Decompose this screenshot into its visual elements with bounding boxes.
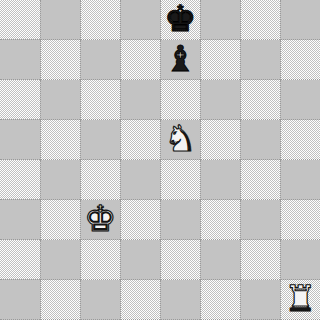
square-e7[interactable]: ♝ xyxy=(160,40,200,80)
piece-white-king[interactable]: ♚ xyxy=(84,199,116,239)
square-b5[interactable] xyxy=(40,120,80,160)
square-d3[interactable] xyxy=(120,200,160,240)
square-c7[interactable] xyxy=(80,40,120,80)
square-h4[interactable] xyxy=(280,160,320,200)
square-b4[interactable] xyxy=(40,160,80,200)
square-e1[interactable] xyxy=(160,280,200,320)
square-h7[interactable] xyxy=(280,40,320,80)
square-d5[interactable] xyxy=(120,120,160,160)
square-g8[interactable] xyxy=(240,0,280,40)
square-h6[interactable] xyxy=(280,80,320,120)
square-a4[interactable] xyxy=(0,160,40,200)
square-g4[interactable] xyxy=(240,160,280,200)
piece-black-bishop[interactable]: ♝ xyxy=(164,39,196,79)
piece-white-knight[interactable]: ♞ xyxy=(164,119,196,159)
square-d6[interactable] xyxy=(120,80,160,120)
square-c4[interactable] xyxy=(80,160,120,200)
square-f7[interactable] xyxy=(200,40,240,80)
square-f4[interactable] xyxy=(200,160,240,200)
square-c6[interactable] xyxy=(80,80,120,120)
square-b7[interactable] xyxy=(40,40,80,80)
square-g7[interactable] xyxy=(240,40,280,80)
square-d7[interactable] xyxy=(120,40,160,80)
square-e2[interactable] xyxy=(160,240,200,280)
square-f5[interactable] xyxy=(200,120,240,160)
square-b2[interactable] xyxy=(40,240,80,280)
square-a7[interactable] xyxy=(0,40,40,80)
square-g6[interactable] xyxy=(240,80,280,120)
square-h2[interactable] xyxy=(280,240,320,280)
square-f6[interactable] xyxy=(200,80,240,120)
square-a2[interactable] xyxy=(0,240,40,280)
square-c2[interactable] xyxy=(80,240,120,280)
square-h8[interactable] xyxy=(280,0,320,40)
square-b3[interactable] xyxy=(40,200,80,240)
square-g3[interactable] xyxy=(240,200,280,240)
square-e8[interactable]: ♚ xyxy=(160,0,200,40)
square-a1[interactable] xyxy=(0,280,40,320)
square-a3[interactable] xyxy=(0,200,40,240)
square-e3[interactable] xyxy=(160,200,200,240)
square-c1[interactable] xyxy=(80,280,120,320)
square-h1[interactable]: ♜ xyxy=(280,280,320,320)
chess-board: ♚♝♞♚♜ xyxy=(0,0,320,320)
square-d2[interactable] xyxy=(120,240,160,280)
square-c3[interactable]: ♚ xyxy=(80,200,120,240)
square-f2[interactable] xyxy=(200,240,240,280)
square-d8[interactable] xyxy=(120,0,160,40)
square-h5[interactable] xyxy=(280,120,320,160)
piece-white-rook[interactable]: ♜ xyxy=(284,279,316,319)
square-d1[interactable] xyxy=(120,280,160,320)
square-f3[interactable] xyxy=(200,200,240,240)
square-b6[interactable] xyxy=(40,80,80,120)
square-b8[interactable] xyxy=(40,0,80,40)
square-a8[interactable] xyxy=(0,0,40,40)
square-a5[interactable] xyxy=(0,120,40,160)
square-g1[interactable] xyxy=(240,280,280,320)
piece-black-king[interactable]: ♚ xyxy=(164,0,196,39)
square-c8[interactable] xyxy=(80,0,120,40)
square-e5[interactable]: ♞ xyxy=(160,120,200,160)
square-h3[interactable] xyxy=(280,200,320,240)
square-a6[interactable] xyxy=(0,80,40,120)
square-e6[interactable] xyxy=(160,80,200,120)
square-c5[interactable] xyxy=(80,120,120,160)
square-g2[interactable] xyxy=(240,240,280,280)
square-f1[interactable] xyxy=(200,280,240,320)
square-e4[interactable] xyxy=(160,160,200,200)
square-g5[interactable] xyxy=(240,120,280,160)
square-d4[interactable] xyxy=(120,160,160,200)
square-b1[interactable] xyxy=(40,280,80,320)
square-f8[interactable] xyxy=(200,0,240,40)
